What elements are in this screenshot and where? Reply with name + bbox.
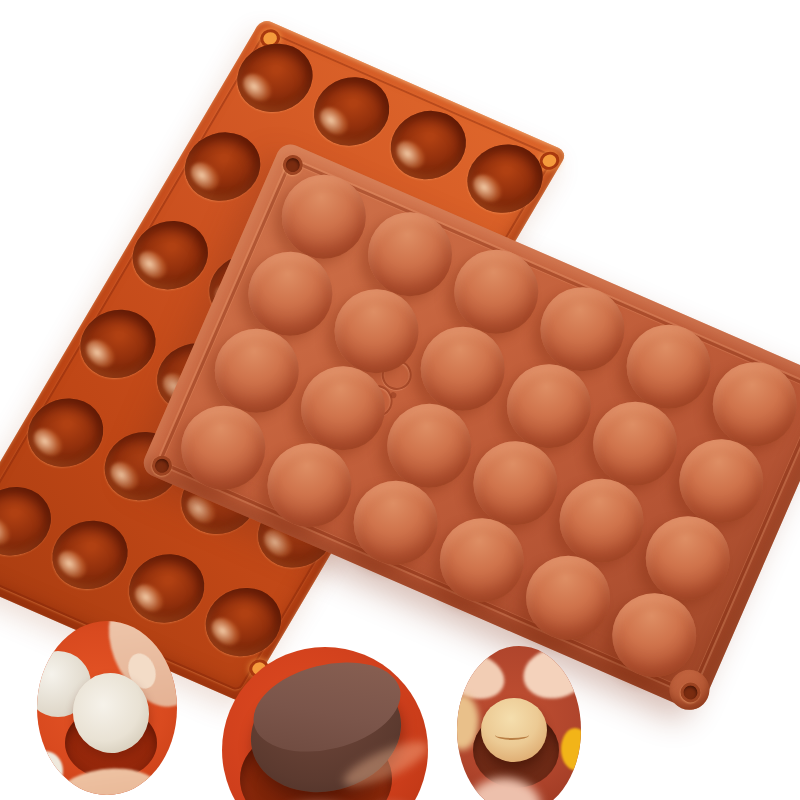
yellow-filling [561,728,581,770]
inset-demo-cake [457,646,581,800]
white-chocolate-piece [37,751,63,791]
cake-crack [495,730,529,740]
inset-demo-release [37,621,177,795]
scene-canvas [0,0,800,800]
